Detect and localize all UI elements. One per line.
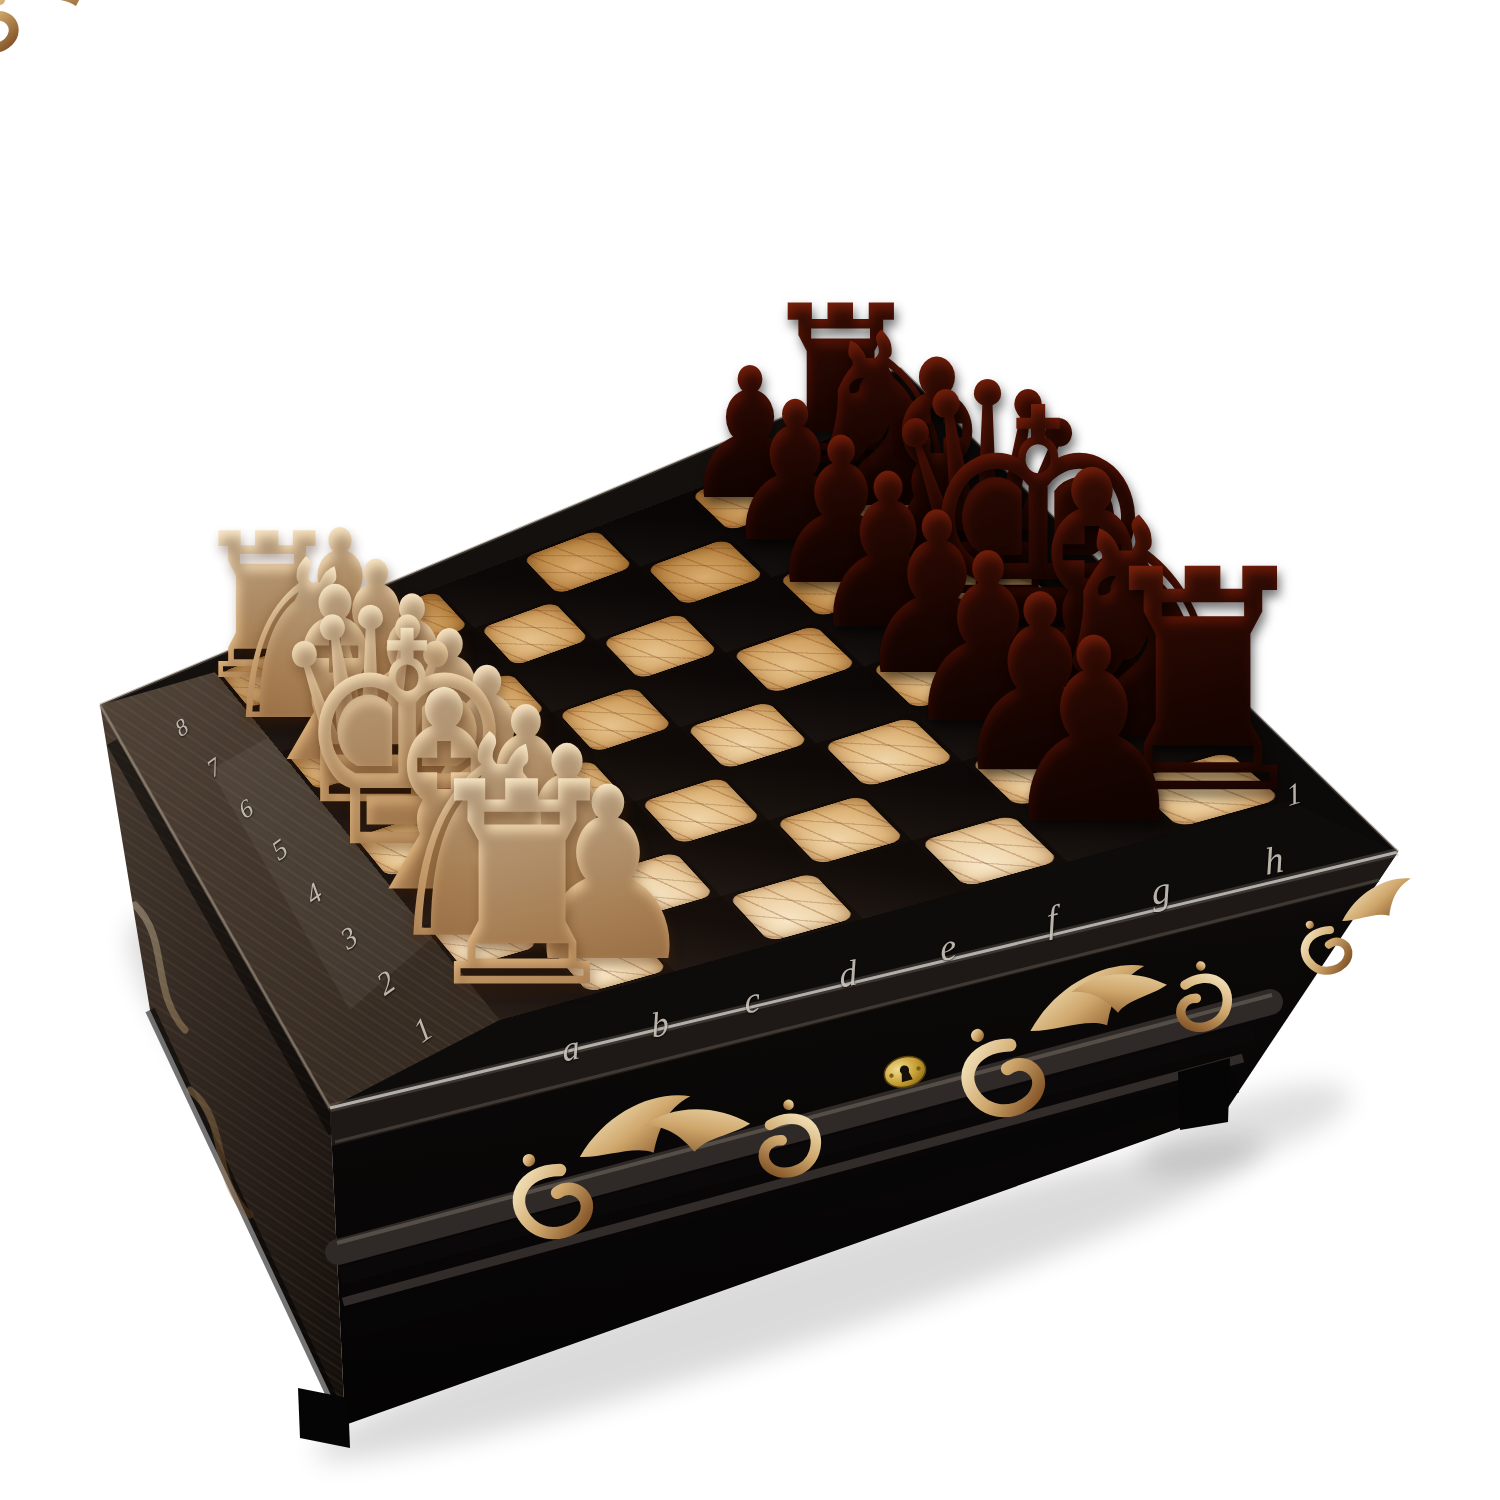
casket-foot-left (298, 1388, 350, 1448)
product-photo-stage: { "game": "chess", "scene": "luxury ambe… (0, 0, 1500, 1500)
